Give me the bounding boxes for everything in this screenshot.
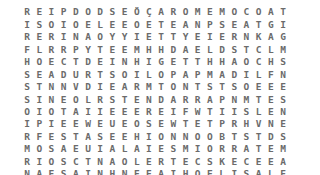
grid-cell[interactable]: O [155,68,167,80]
grid-cell[interactable]: L [253,68,265,80]
grid-cell[interactable]: L [33,43,45,55]
grid-cell[interactable]: I [143,130,155,142]
grid-cell[interactable]: O [192,130,204,142]
grid-cell[interactable]: U [106,118,118,130]
grid-cell[interactable]: O [21,106,33,118]
grid-cell[interactable]: G [155,56,167,68]
grid-cell[interactable]: E [58,118,70,130]
grid-cell[interactable]: R [82,68,94,80]
grid-cell[interactable]: T [240,43,252,55]
grid-cell[interactable]: N [192,18,204,30]
grid-cell[interactable]: A [131,143,143,155]
grid-cell[interactable]: S [216,18,228,30]
grid-cell[interactable]: E [119,130,131,142]
grid-cell[interactable]: O [70,93,82,105]
grid-cell[interactable]: T [70,56,82,68]
grid-cell[interactable]: M [240,93,252,105]
grid-cell[interactable]: O [155,130,167,142]
grid-cell[interactable]: E [45,56,57,68]
grid-cell[interactable]: M [216,6,228,18]
grid-cell[interactable]: R [167,6,179,18]
grid-cell[interactable]: S [277,130,289,142]
grid-cell[interactable]: M [179,143,191,155]
grid-cell[interactable]: E [143,31,155,43]
grid-cell[interactable]: Y [179,31,191,43]
grid-cell[interactable]: S [204,81,216,93]
grid-cell[interactable]: Ç [143,6,155,18]
grid-cell[interactable]: I [33,106,45,118]
grid-cell[interactable]: T [192,56,204,68]
grid-cell[interactable]: P [204,18,216,30]
grid-cell[interactable]: H [204,56,216,68]
grid-cell[interactable]: E [167,18,179,30]
grid-cell[interactable]: E [143,155,155,167]
grid-cell[interactable]: W [82,118,94,130]
grid-cell[interactable]: N [94,155,106,167]
grid-cell[interactable]: D [70,6,82,18]
grid-cell[interactable]: N [58,81,70,93]
grid-cell[interactable]: R [21,31,33,43]
grid-cell[interactable]: E [94,56,106,68]
grid-cell[interactable]: N [45,93,57,105]
grid-cell[interactable]: O [240,81,252,93]
grid-cell[interactable]: S [106,68,118,80]
grid-cell[interactable]: S [240,106,252,118]
grid-cell[interactable]: P [58,6,70,18]
grid-cell[interactable]: E [265,155,277,167]
grid-cell[interactable]: E [277,118,289,130]
grid-cell[interactable]: P [192,68,204,80]
grid-cell[interactable]: C [240,6,252,18]
grid-cell[interactable]: E [131,168,143,175]
grid-cell[interactable]: C [253,43,265,55]
grid-cell[interactable]: L [216,168,228,175]
grid-cell[interactable]: O [131,118,143,130]
grid-cell[interactable]: E [192,118,204,130]
grid-cell[interactable]: A [228,56,240,68]
grid-cell[interactable]: K [253,31,265,43]
grid-cell[interactable]: O [192,168,204,175]
grid-cell[interactable]: N [119,168,131,175]
grid-cell[interactable]: K [216,155,228,167]
grid-cell[interactable]: R [179,93,191,105]
grid-cell[interactable]: N [167,130,179,142]
grid-cell[interactable]: D [58,68,70,80]
grid-cell[interactable]: S [21,93,33,105]
grid-cell[interactable]: A [253,168,265,175]
grid-cell[interactable]: E [45,130,57,142]
grid-cell[interactable]: T [204,118,216,130]
grid-cell[interactable]: E [58,93,70,105]
grid-cell[interactable]: I [228,106,240,118]
grid-cell[interactable]: R [155,155,167,167]
grid-cell[interactable]: T [253,18,265,30]
grid-cell[interactable]: F [21,43,33,55]
grid-cell[interactable]: I [45,118,57,130]
grid-cell[interactable]: I [106,56,118,68]
grid-cell[interactable]: S [106,93,118,105]
grid-cell[interactable]: L [94,18,106,30]
grid-cell[interactable]: F [33,130,45,142]
grid-cell[interactable]: O [240,56,252,68]
grid-cell[interactable]: A [265,6,277,18]
grid-cell[interactable]: T [216,81,228,93]
grid-cell[interactable]: S [143,118,155,130]
grid-cell[interactable]: T [82,155,94,167]
grid-cell[interactable]: H [155,43,167,55]
grid-cell[interactable]: T [253,130,265,142]
grid-cell[interactable]: Y [82,43,94,55]
grid-cell[interactable]: A [216,68,228,80]
grid-cell[interactable]: C [192,155,204,167]
grid-cell[interactable]: S [240,168,252,175]
grid-cell[interactable]: A [45,68,57,80]
grid-cell[interactable]: O [204,143,216,155]
grid-cell[interactable]: M [192,6,204,18]
grid-cell[interactable]: I [131,31,143,43]
grid-cell[interactable]: H [179,168,191,175]
grid-cell[interactable]: E [277,81,289,93]
grid-cell[interactable]: H [106,168,118,175]
grid-cell[interactable]: L [265,43,277,55]
grid-cell[interactable]: I [82,106,94,118]
grid-cell[interactable]: P [70,43,82,55]
grid-cell[interactable]: H [131,130,143,142]
grid-cell[interactable]: I [131,68,143,80]
grid-cell[interactable]: O [70,18,82,30]
grid-cell[interactable]: E [277,168,289,175]
grid-cell[interactable]: I [277,18,289,30]
grid-cell[interactable]: O [82,6,94,18]
grid-cell[interactable]: T [94,68,106,80]
grid-cell[interactable]: A [179,68,191,80]
grid-cell[interactable]: T [155,81,167,93]
grid-cell[interactable]: T [204,106,216,118]
grid-cell[interactable]: T [253,93,265,105]
grid-cell[interactable]: N [70,31,82,43]
grid-cell[interactable]: A [119,81,131,93]
grid-cell[interactable]: E [265,81,277,93]
grid-cell[interactable]: N [94,168,106,175]
grid-cell[interactable]: P [216,93,228,105]
grid-cell[interactable]: E [253,155,265,167]
grid-cell[interactable]: A [33,168,45,175]
grid-cell[interactable]: E [228,155,240,167]
grid-cell[interactable]: U [70,68,82,80]
grid-cell[interactable]: E [82,18,94,30]
grid-cell[interactable]: B [216,130,228,142]
grid-cell[interactable]: T [277,6,289,18]
grid-cell[interactable]: O [131,18,143,30]
grid-cell[interactable]: O [167,81,179,93]
grid-cell[interactable]: N [277,106,289,118]
grid-cell[interactable]: A [155,168,167,175]
grid-cell[interactable]: T [155,18,167,30]
grid-cell[interactable]: H [216,56,228,68]
grid-cell[interactable]: R [45,31,57,43]
grid-cell[interactable]: V [70,81,82,93]
grid-cell[interactable]: E [204,168,216,175]
grid-cell[interactable]: I [82,168,94,175]
grid-cell[interactable]: I [33,155,45,167]
grid-cell[interactable]: S [167,143,179,155]
grid-cell[interactable]: S [58,130,70,142]
grid-cell[interactable]: N [277,68,289,80]
grid-cell[interactable]: G [277,31,289,43]
grid-cell[interactable]: A [82,31,94,43]
grid-cell[interactable]: D [155,93,167,105]
grid-cell[interactable]: L [82,93,94,105]
grid-cell[interactable]: D [216,43,228,55]
grid-cell[interactable]: N [21,168,33,175]
grid-cell[interactable]: S [228,43,240,55]
grid-cell[interactable]: H [143,43,155,55]
grid-cell[interactable]: A [82,130,94,142]
grid-cell[interactable]: E [192,31,204,43]
grid-cell[interactable]: E [70,118,82,130]
grid-cell[interactable]: E [33,31,45,43]
grid-cell[interactable]: S [204,155,216,167]
grid-cell[interactable]: M [277,43,289,55]
grid-cell[interactable]: I [94,106,106,118]
grid-cell[interactable]: Y [119,31,131,43]
grid-cell[interactable]: N [240,31,252,43]
grid-cell[interactable]: E [167,56,179,68]
grid-cell[interactable]: E [179,155,191,167]
grid-cell[interactable]: T [70,130,82,142]
grid-cell[interactable]: S [94,130,106,142]
grid-cell[interactable]: S [240,130,252,142]
grid-cell[interactable]: R [45,43,57,55]
grid-cell[interactable]: T [167,155,179,167]
grid-cell[interactable]: E [216,31,228,43]
grid-cell[interactable]: T [119,93,131,105]
grid-cell[interactable]: L [204,43,216,55]
grid-cell[interactable]: T [179,56,191,68]
grid-cell[interactable]: I [58,18,70,30]
grid-cell[interactable]: O [33,143,45,155]
grid-cell[interactable]: R [228,143,240,155]
grid-cell[interactable]: D [265,130,277,142]
grid-cell[interactable]: I [167,168,179,175]
grid-cell[interactable]: D [228,68,240,80]
grid-cell[interactable]: W [192,106,204,118]
grid-cell[interactable]: N [119,56,131,68]
grid-cell[interactable]: A [155,6,167,18]
grid-cell[interactable]: R [58,43,70,55]
grid-cell[interactable]: E [131,93,143,105]
grid-cell[interactable]: O [253,6,265,18]
grid-cell[interactable]: S [106,6,118,18]
grid-cell[interactable]: T [155,31,167,43]
grid-cell[interactable]: E [192,43,204,55]
grid-cell[interactable]: O [45,106,57,118]
grid-cell[interactable]: I [94,143,106,155]
grid-cell[interactable]: L [131,155,143,167]
grid-cell[interactable]: E [70,143,82,155]
grid-cell[interactable]: E [155,118,167,130]
grid-cell[interactable]: E [106,81,118,93]
grid-cell[interactable]: Ö [131,6,143,18]
grid-cell[interactable]: O [228,6,240,18]
grid-cell[interactable]: S [21,68,33,80]
grid-cell[interactable]: I [21,118,33,130]
grid-cell[interactable]: O [204,130,216,142]
grid-cell[interactable]: R [131,81,143,93]
grid-cell[interactable]: I [143,143,155,155]
grid-cell[interactable]: T [33,81,45,93]
grid-cell[interactable]: S [21,81,33,93]
grid-cell[interactable]: A [179,18,191,30]
grid-cell[interactable]: R [216,143,228,155]
grid-cell[interactable]: E [106,106,118,118]
grid-cell[interactable]: E [155,106,167,118]
grid-cell[interactable]: W [167,118,179,130]
grid-cell[interactable]: D [82,56,94,68]
grid-cell[interactable]: E [119,118,131,130]
grid-cell[interactable]: E [143,168,155,175]
grid-cell[interactable]: S [58,168,70,175]
grid-cell[interactable]: I [58,31,70,43]
grid-cell[interactable]: E [119,106,131,118]
grid-cell[interactable]: E [106,130,118,142]
grid-cell[interactable]: L [253,106,265,118]
grid-cell[interactable]: S [277,56,289,68]
grid-cell[interactable]: I [167,106,179,118]
grid-cell[interactable]: S [33,18,45,30]
grid-cell[interactable]: A [106,155,118,167]
grid-cell[interactable]: S [58,155,70,167]
grid-cell[interactable]: A [179,43,191,55]
grid-cell[interactable]: E [265,143,277,155]
grid-cell[interactable]: O [119,155,131,167]
grid-cell[interactable]: E [106,18,118,30]
grid-cell[interactable]: M [21,143,33,155]
grid-cell[interactable]: N [179,81,191,93]
grid-cell[interactable]: R [94,93,106,105]
grid-cell[interactable]: F [179,106,191,118]
grid-cell[interactable]: C [58,56,70,68]
grid-cell[interactable]: O [45,155,57,167]
grid-cell[interactable]: N [179,130,191,142]
grid-cell[interactable]: E [106,43,118,55]
grid-cell[interactable]: A [265,31,277,43]
grid-cell[interactable]: A [58,143,70,155]
grid-cell[interactable]: A [240,143,252,155]
grid-cell[interactable]: E [33,68,45,80]
grid-cell[interactable]: E [119,43,131,55]
grid-cell[interactable]: I [216,106,228,118]
grid-cell[interactable]: E [143,18,155,30]
grid-cell[interactable]: H [265,56,277,68]
grid-cell[interactable]: E [204,6,216,18]
grid-cell[interactable]: R [21,130,33,142]
grid-cell[interactable]: M [143,81,155,93]
grid-cell[interactable]: H [240,118,252,130]
grid-cell[interactable]: R [228,118,240,130]
grid-cell[interactable]: C [70,155,82,167]
grid-cell[interactable]: P [167,68,179,80]
grid-cell[interactable]: L [265,168,277,175]
grid-cell[interactable]: R [21,6,33,18]
grid-cell[interactable]: Y [106,31,118,43]
grid-cell[interactable]: A [167,93,179,105]
grid-cell[interactable]: E [253,81,265,93]
grid-cell[interactable]: H [131,56,143,68]
grid-cell[interactable]: U [82,143,94,155]
grid-cell[interactable]: E [265,93,277,105]
grid-cell[interactable]: N [143,93,155,105]
grid-cell[interactable]: T [228,130,240,142]
grid-cell[interactable]: I [45,6,57,18]
grid-cell[interactable]: R [143,106,155,118]
grid-cell[interactable]: O [45,18,57,30]
grid-cell[interactable]: T [94,43,106,55]
grid-cell[interactable]: S [277,93,289,105]
grid-cell[interactable]: A [277,155,289,167]
grid-cell[interactable]: E [228,18,240,30]
grid-cell[interactable]: I [228,168,240,175]
grid-cell[interactable]: O [179,6,191,18]
grid-cell[interactable]: R [192,93,204,105]
grid-cell[interactable]: T [192,81,204,93]
grid-cell[interactable]: T [179,118,191,130]
grid-cell[interactable]: N [265,118,277,130]
grid-cell[interactable]: A [106,143,118,155]
grid-cell[interactable]: V [253,118,265,130]
grid-cell[interactable]: S [45,143,57,155]
grid-cell[interactable]: G [265,18,277,30]
grid-cell[interactable]: N [228,93,240,105]
grid-cell[interactable]: R [21,155,33,167]
grid-cell[interactable]: N [45,81,57,93]
grid-cell[interactable]: T [167,31,179,43]
grid-cell[interactable]: A [204,93,216,105]
grid-cell[interactable]: E [119,18,131,30]
grid-cell[interactable]: I [33,93,45,105]
grid-cell[interactable]: I [94,81,106,93]
grid-cell[interactable]: M [131,43,143,55]
grid-cell[interactable]: H [21,56,33,68]
grid-cell[interactable]: D [94,6,106,18]
grid-cell[interactable]: E [45,168,57,175]
grid-cell[interactable]: I [204,31,216,43]
grid-cell[interactable]: S [228,81,240,93]
grid-cell[interactable]: E [155,143,167,155]
grid-cell[interactable]: R [228,31,240,43]
grid-cell[interactable]: L [119,143,131,155]
grid-cell[interactable]: P [216,118,228,130]
grid-cell[interactable]: C [240,155,252,167]
grid-cell[interactable]: E [33,6,45,18]
grid-cell[interactable]: D [82,81,94,93]
grid-cell[interactable]: O [119,68,131,80]
grid-cell[interactable]: T [253,143,265,155]
grid-cell[interactable]: I [192,143,204,155]
grid-cell[interactable]: O [33,56,45,68]
grid-cell[interactable]: C [253,56,265,68]
grid-cell[interactable]: D [167,43,179,55]
grid-cell[interactable]: I [21,18,33,30]
grid-cell[interactable]: T [58,106,70,118]
grid-cell[interactable]: O [94,31,106,43]
grid-cell[interactable]: E [265,106,277,118]
grid-cell[interactable]: E [119,6,131,18]
grid-cell[interactable]: I [240,68,252,80]
grid-cell[interactable]: P [33,118,45,130]
grid-cell[interactable]: M [277,143,289,155]
grid-cell[interactable]: M [204,68,216,80]
